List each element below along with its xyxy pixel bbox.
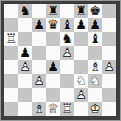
board-frame: ♞♜♜♚♟♛♝♟♟♜♖♞♝♟♟♙♟♙♟♝♗♟♙♟♙♞♘♞♘♟♙♝♗♛♕♜♖♚♔	[0, 0, 121, 121]
square-f4[interactable]	[74, 60, 88, 74]
square-b2[interactable]	[18, 88, 32, 102]
square-d7[interactable]: ♛	[46, 18, 60, 32]
square-h1[interactable]	[102, 102, 116, 116]
square-e2[interactable]	[60, 88, 74, 102]
piece-black-rook: ♜	[74, 4, 88, 18]
square-c2[interactable]	[32, 88, 46, 102]
square-a8[interactable]	[4, 4, 18, 18]
piece-white-pawn: ♟♙	[60, 46, 74, 60]
chess-board: ♞♜♜♚♟♛♝♟♟♜♖♞♝♟♟♙♟♙♟♝♗♟♙♟♙♞♘♞♘♟♙♝♗♛♕♜♖♚♔	[4, 4, 116, 116]
piece-black-knight: ♞	[60, 32, 74, 46]
square-e3[interactable]	[60, 74, 74, 88]
square-h8[interactable]	[102, 4, 116, 18]
piece-white-pawn: ♟♙	[74, 88, 88, 102]
square-f2[interactable]: ♟♙	[74, 88, 88, 102]
square-h6[interactable]	[102, 32, 116, 46]
piece-black-pawn: ♟	[18, 46, 32, 60]
square-b7[interactable]	[18, 18, 32, 32]
square-e6[interactable]: ♞	[60, 32, 74, 46]
square-h7[interactable]	[102, 18, 116, 32]
square-c4[interactable]	[32, 60, 46, 74]
square-f7[interactable]: ♟	[74, 18, 88, 32]
square-c6[interactable]	[32, 32, 46, 46]
piece-white-rook: ♜♖	[4, 32, 18, 46]
square-f8[interactable]: ♜	[74, 4, 88, 18]
square-a5[interactable]	[4, 46, 18, 60]
square-f3[interactable]: ♞♘	[74, 74, 88, 88]
square-e1[interactable]: ♜♖	[60, 102, 74, 116]
square-e7[interactable]: ♝	[60, 18, 74, 32]
square-c3[interactable]: ♟♙	[32, 74, 46, 88]
square-d2[interactable]	[46, 88, 60, 102]
square-d8[interactable]: ♜	[46, 4, 60, 18]
square-g4[interactable]: ♝♗	[88, 60, 102, 74]
square-d5[interactable]	[46, 46, 60, 60]
square-b4[interactable]: ♟♙	[18, 60, 32, 74]
square-b5[interactable]: ♟	[18, 46, 32, 60]
piece-black-bishop: ♝	[60, 18, 74, 32]
square-g7[interactable]: ♟	[88, 18, 102, 32]
piece-white-bishop: ♝♗	[88, 60, 102, 74]
piece-black-queen: ♛	[46, 18, 60, 32]
piece-white-queen: ♛♕	[46, 102, 60, 116]
piece-black-knight: ♞	[18, 4, 32, 18]
square-g6[interactable]: ♝	[88, 32, 102, 46]
piece-black-pawn: ♟	[46, 60, 60, 74]
piece-white-pawn: ♟♙	[18, 60, 32, 74]
piece-white-rook: ♜♖	[60, 102, 74, 116]
square-a3[interactable]	[4, 74, 18, 88]
square-e4[interactable]	[60, 60, 74, 74]
square-d3[interactable]	[46, 74, 60, 88]
piece-white-pawn: ♟♙	[32, 74, 46, 88]
square-g8[interactable]: ♚	[88, 4, 102, 18]
square-a1[interactable]	[4, 102, 18, 116]
square-a6[interactable]: ♜♖	[4, 32, 18, 46]
square-g3[interactable]: ♞♘	[88, 74, 102, 88]
square-h5[interactable]	[102, 46, 116, 60]
square-d1[interactable]: ♛♕	[46, 102, 60, 116]
piece-black-king: ♚	[88, 4, 102, 18]
square-g1[interactable]: ♚♔	[88, 102, 102, 116]
piece-black-pawn: ♟	[32, 18, 46, 32]
square-d6[interactable]	[46, 32, 60, 46]
square-b8[interactable]: ♞	[18, 4, 32, 18]
square-h2[interactable]	[102, 88, 116, 102]
piece-black-bishop: ♝	[88, 32, 102, 46]
square-c1[interactable]: ♝♗	[32, 102, 46, 116]
square-f6[interactable]	[74, 32, 88, 46]
square-c5[interactable]	[32, 46, 46, 60]
square-e5[interactable]: ♟♙	[60, 46, 74, 60]
square-b6[interactable]	[18, 32, 32, 46]
square-d4[interactable]: ♟	[46, 60, 60, 74]
square-h4[interactable]: ♟♙	[102, 60, 116, 74]
square-a2[interactable]	[4, 88, 18, 102]
square-c8[interactable]	[32, 4, 46, 18]
square-c7[interactable]: ♟	[32, 18, 46, 32]
piece-white-knight: ♞♘	[74, 74, 88, 88]
piece-white-knight: ♞♘	[88, 74, 102, 88]
square-g2[interactable]	[88, 88, 102, 102]
square-b1[interactable]	[18, 102, 32, 116]
square-f5[interactable]	[74, 46, 88, 60]
square-g5[interactable]	[88, 46, 102, 60]
piece-white-pawn: ♟♙	[102, 60, 116, 74]
piece-black-pawn: ♟	[88, 18, 102, 32]
piece-white-bishop: ♝♗	[32, 102, 46, 116]
square-e8[interactable]	[60, 4, 74, 18]
piece-white-king: ♚♔	[88, 102, 102, 116]
square-h3[interactable]	[102, 74, 116, 88]
piece-black-pawn: ♟	[74, 18, 88, 32]
piece-black-rook: ♜	[46, 4, 60, 18]
square-a7[interactable]	[4, 18, 18, 32]
square-f1[interactable]	[74, 102, 88, 116]
square-a4[interactable]	[4, 60, 18, 74]
square-b3[interactable]	[18, 74, 32, 88]
